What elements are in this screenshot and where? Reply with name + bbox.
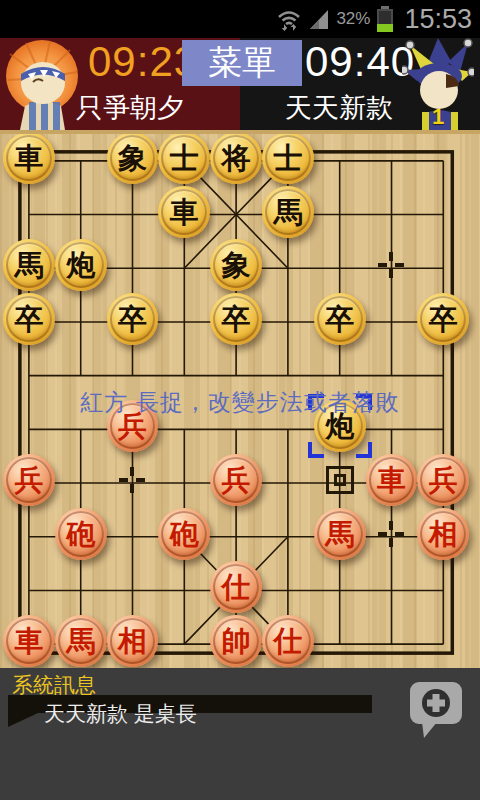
battery-percent: 32% <box>336 9 370 29</box>
system-message-panel: 系統訊息 天天新款 是桌長 <box>0 668 480 800</box>
piece-glyph: 兵 <box>14 454 43 506</box>
piece-glyph: 士 <box>170 134 199 184</box>
wifi-icon <box>276 7 302 31</box>
piece-glyph: 馬 <box>66 615 95 667</box>
piece-red-相[interactable]: 相 <box>107 617 159 668</box>
piece-glyph: 象 <box>222 239 251 291</box>
last-move-from-marker <box>314 456 366 510</box>
piece-black-卒[interactable]: 卒 <box>107 295 159 349</box>
piece-glyph: 卒 <box>222 293 251 345</box>
clock-time: 15:53 <box>404 4 472 35</box>
piece-glyph: 車 <box>14 134 43 184</box>
piece-red-仕[interactable]: 仕 <box>210 564 262 618</box>
piece-glyph: 卒 <box>118 293 147 345</box>
piece-glyph: 車 <box>170 186 199 238</box>
piece-glyph: 士 <box>273 134 302 184</box>
piece-red-車[interactable]: 車 <box>366 456 418 510</box>
piece-glyph: 炮 <box>66 239 95 291</box>
piece-red-兵[interactable]: 兵 <box>3 456 55 510</box>
board-point-marker <box>366 510 418 564</box>
piece-glyph: 砲 <box>66 508 95 560</box>
red-player-name: 只爭朝夕 <box>76 90 184 126</box>
piece-glyph: 仕 <box>222 561 251 613</box>
piece-red-兵[interactable]: 兵 <box>210 456 262 510</box>
piece-black-士[interactable]: 士 <box>158 134 210 188</box>
piece-black-卒[interactable]: 卒 <box>314 295 366 349</box>
piece-black-卒[interactable]: 卒 <box>210 295 262 349</box>
piece-black-炮[interactable]: 炮 <box>55 241 107 295</box>
piece-red-相[interactable]: 相 <box>417 510 469 564</box>
piece-glyph: 馬 <box>14 239 43 291</box>
piece-glyph: 馬 <box>273 186 302 238</box>
piece-glyph: 将 <box>222 134 251 184</box>
game-header: 09:23 菜單 09:40 1 只爭朝夕 天天新款 <box>0 38 480 130</box>
piece-glyph: 砲 <box>170 508 199 560</box>
red-player-avatar[interactable] <box>2 36 82 136</box>
piece-glyph: 帥 <box>222 615 251 667</box>
black-player-name: 天天新款 <box>285 90 393 126</box>
battery-icon <box>377 6 393 32</box>
xiangqi-board[interactable]: 車象士将士車馬馬炮象卒卒卒卒卒炮兵兵兵車兵砲砲馬相仕車馬相帥仕 紅方 長捉，改變… <box>0 134 480 668</box>
piece-black-卒[interactable]: 卒 <box>417 295 469 349</box>
piece-red-馬[interactable]: 馬 <box>314 510 366 564</box>
rule-warning-text: 紅方 長捉，改變步法或者落敗 <box>0 387 480 418</box>
piece-glyph: 卒 <box>325 293 354 345</box>
black-player-timer: 09:40 <box>305 38 415 86</box>
piece-red-車[interactable]: 車 <box>3 617 55 668</box>
piece-black-士[interactable]: 士 <box>262 134 314 188</box>
piece-glyph: 兵 <box>222 454 251 506</box>
board-point-marker <box>107 456 159 510</box>
piece-glyph: 仕 <box>273 615 302 667</box>
system-message-text: 天天新款 是桌長 <box>44 700 197 728</box>
piece-glyph: 相 <box>118 615 147 667</box>
menu-button[interactable]: 菜單 <box>182 40 302 86</box>
rank-badge: 1 <box>432 104 444 130</box>
piece-black-車[interactable]: 車 <box>3 134 55 188</box>
piece-black-車[interactable]: 車 <box>158 188 210 242</box>
piece-red-仕[interactable]: 仕 <box>262 617 314 668</box>
piece-black-卒[interactable]: 卒 <box>3 295 55 349</box>
piece-black-馬[interactable]: 馬 <box>262 188 314 242</box>
piece-glyph: 卒 <box>429 293 458 345</box>
piece-glyph: 象 <box>118 134 147 184</box>
system-message-title: 系統訊息 <box>12 671 96 699</box>
status-bar: 32% 15:53 <box>0 0 480 38</box>
piece-red-兵[interactable]: 兵 <box>417 456 469 510</box>
board-point-marker <box>366 241 418 295</box>
piece-glyph: 兵 <box>429 454 458 506</box>
piece-glyph: 馬 <box>325 508 354 560</box>
piece-glyph: 車 <box>14 615 43 667</box>
signal-icon <box>309 8 329 30</box>
piece-red-砲[interactable]: 砲 <box>158 510 210 564</box>
piece-red-馬[interactable]: 馬 <box>55 617 107 668</box>
piece-black-象[interactable]: 象 <box>210 241 262 295</box>
piece-glyph: 相 <box>429 508 458 560</box>
piece-red-砲[interactable]: 砲 <box>55 510 107 564</box>
piece-black-馬[interactable]: 馬 <box>3 241 55 295</box>
piece-glyph: 車 <box>377 454 406 506</box>
piece-black-将[interactable]: 将 <box>210 134 262 188</box>
piece-red-帥[interactable]: 帥 <box>210 617 262 668</box>
piece-glyph: 卒 <box>14 293 43 345</box>
chat-plus-icon[interactable] <box>408 680 464 740</box>
app-screen: 32% 15:53 <box>0 0 480 800</box>
piece-black-象[interactable]: 象 <box>107 134 159 188</box>
